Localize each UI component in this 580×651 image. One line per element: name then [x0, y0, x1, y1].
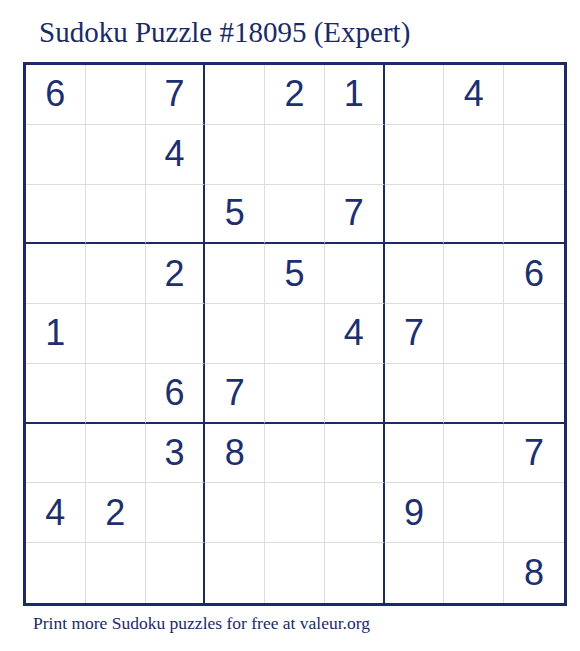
- cell-r8c3[interactable]: [146, 483, 206, 543]
- cell-r7c2[interactable]: [86, 424, 146, 484]
- sudoku-grid: 67214457256147673874298: [23, 62, 567, 606]
- cell-r4c3[interactable]: 2: [146, 244, 206, 304]
- cell-r1c4[interactable]: [205, 65, 265, 125]
- given-digit: 7: [404, 312, 424, 354]
- cell-r8c8[interactable]: [444, 483, 504, 543]
- cell-r9c4[interactable]: [205, 543, 265, 603]
- cell-r3c7[interactable]: [385, 185, 445, 245]
- cell-r6c9[interactable]: [504, 364, 564, 424]
- cell-r9c2[interactable]: [86, 543, 146, 603]
- given-digit: 4: [164, 133, 184, 175]
- given-digit: 6: [164, 372, 184, 414]
- cell-r2c7[interactable]: [385, 125, 445, 185]
- cell-r4c8[interactable]: [444, 244, 504, 304]
- cell-r1c3[interactable]: 7: [146, 65, 206, 125]
- cell-r3c9[interactable]: [504, 185, 564, 245]
- cell-r4c7[interactable]: [385, 244, 445, 304]
- cell-r8c1[interactable]: 4: [26, 483, 86, 543]
- cell-r9c6[interactable]: [325, 543, 385, 603]
- cell-r2c3[interactable]: 4: [146, 125, 206, 185]
- given-digit: 6: [45, 73, 65, 115]
- cell-r9c5[interactable]: [265, 543, 325, 603]
- cell-r7c8[interactable]: [444, 424, 504, 484]
- cell-r1c5[interactable]: 2: [265, 65, 325, 125]
- cell-r1c2[interactable]: [86, 65, 146, 125]
- cell-r9c1[interactable]: [26, 543, 86, 603]
- cell-r5c3[interactable]: [146, 304, 206, 364]
- cell-r6c3[interactable]: 6: [146, 364, 206, 424]
- given-digit: 1: [344, 73, 364, 115]
- cell-r7c1[interactable]: [26, 424, 86, 484]
- cell-r1c6[interactable]: 1: [325, 65, 385, 125]
- cell-r7c5[interactable]: [265, 424, 325, 484]
- given-digit: 7: [164, 73, 184, 115]
- cell-r2c9[interactable]: [504, 125, 564, 185]
- given-digit: 9: [404, 492, 424, 534]
- cell-r4c4[interactable]: [205, 244, 265, 304]
- cell-r6c7[interactable]: [385, 364, 445, 424]
- given-digit: 7: [225, 372, 245, 414]
- cell-r7c9[interactable]: 7: [504, 424, 564, 484]
- cell-r1c8[interactable]: 4: [444, 65, 504, 125]
- given-digit: 4: [45, 492, 65, 534]
- cell-r8c7[interactable]: 9: [385, 483, 445, 543]
- cell-r8c6[interactable]: [325, 483, 385, 543]
- cell-r2c6[interactable]: [325, 125, 385, 185]
- cell-r7c7[interactable]: [385, 424, 445, 484]
- cell-r4c5[interactable]: 5: [265, 244, 325, 304]
- given-digit: 6: [524, 253, 544, 295]
- cell-r9c7[interactable]: [385, 543, 445, 603]
- cell-r1c1[interactable]: 6: [26, 65, 86, 125]
- cell-r8c2[interactable]: 2: [86, 483, 146, 543]
- cell-r6c8[interactable]: [444, 364, 504, 424]
- cell-r3c6[interactable]: 7: [325, 185, 385, 245]
- cell-r1c9[interactable]: [504, 65, 564, 125]
- cell-r4c6[interactable]: [325, 244, 385, 304]
- cell-r5c4[interactable]: [205, 304, 265, 364]
- cell-r5c5[interactable]: [265, 304, 325, 364]
- cell-r3c4[interactable]: 5: [205, 185, 265, 245]
- cell-r3c2[interactable]: [86, 185, 146, 245]
- cell-r5c1[interactable]: 1: [26, 304, 86, 364]
- cell-r7c4[interactable]: 8: [205, 424, 265, 484]
- cell-r4c1[interactable]: [26, 244, 86, 304]
- cell-r9c3[interactable]: [146, 543, 206, 603]
- given-digit: 3: [164, 432, 184, 474]
- footer-text: Print more Sudoku puzzles for free at va…: [33, 613, 370, 634]
- cell-r2c2[interactable]: [86, 125, 146, 185]
- given-digit: 1: [45, 312, 65, 354]
- given-digit: 4: [464, 73, 484, 115]
- cell-r3c8[interactable]: [444, 185, 504, 245]
- cell-r9c8[interactable]: [444, 543, 504, 603]
- given-digit: 5: [284, 253, 304, 295]
- given-digit: 7: [524, 432, 544, 474]
- cell-r6c2[interactable]: [86, 364, 146, 424]
- cell-r3c3[interactable]: [146, 185, 206, 245]
- cell-r8c9[interactable]: [504, 483, 564, 543]
- page-title: Sudoku Puzzle #18095 (Expert): [39, 16, 410, 49]
- cell-r8c4[interactable]: [205, 483, 265, 543]
- cell-r2c5[interactable]: [265, 125, 325, 185]
- cell-r5c2[interactable]: [86, 304, 146, 364]
- cell-r2c8[interactable]: [444, 125, 504, 185]
- cell-r3c1[interactable]: [26, 185, 86, 245]
- cell-r6c1[interactable]: [26, 364, 86, 424]
- cell-r5c6[interactable]: 4: [325, 304, 385, 364]
- given-digit: 5: [225, 192, 245, 234]
- cell-r5c7[interactable]: 7: [385, 304, 445, 364]
- cell-r8c5[interactable]: [265, 483, 325, 543]
- cell-r4c9[interactable]: 6: [504, 244, 564, 304]
- given-digit: 2: [284, 73, 304, 115]
- cell-r6c5[interactable]: [265, 364, 325, 424]
- cell-r1c7[interactable]: [385, 65, 445, 125]
- given-digit: 8: [524, 552, 544, 594]
- cell-r4c2[interactable]: [86, 244, 146, 304]
- given-digit: 8: [225, 432, 245, 474]
- cell-r7c3[interactable]: 3: [146, 424, 206, 484]
- cell-r9c9[interactable]: 8: [504, 543, 564, 603]
- cell-r5c9[interactable]: [504, 304, 564, 364]
- given-digit: 2: [164, 253, 184, 295]
- given-digit: 7: [344, 192, 364, 234]
- cell-r5c8[interactable]: [444, 304, 504, 364]
- given-digit: 2: [105, 492, 125, 534]
- cell-r2c4[interactable]: [205, 125, 265, 185]
- cell-r7c6[interactable]: [325, 424, 385, 484]
- cell-r6c6[interactable]: [325, 364, 385, 424]
- given-digit: 4: [344, 312, 364, 354]
- cell-r3c5[interactable]: [265, 185, 325, 245]
- cell-r6c4[interactable]: 7: [205, 364, 265, 424]
- cell-r2c1[interactable]: [26, 125, 86, 185]
